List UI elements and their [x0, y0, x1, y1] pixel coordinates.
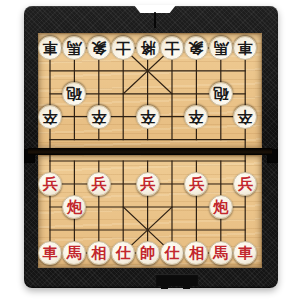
piece-glyph: 馬 [67, 246, 82, 261]
piece-glyph: 士 [165, 41, 180, 56]
piece-red-cannon[interactable]: 炮 [209, 195, 233, 219]
piece-black-advisor[interactable]: 士 [111, 36, 135, 60]
piece-red-advisor[interactable]: 仕 [160, 241, 184, 265]
piece-black-soldier[interactable]: 卒 [184, 105, 208, 129]
piece-glyph: 仕 [165, 246, 180, 261]
piece-red-soldier[interactable]: 兵 [233, 172, 257, 196]
piece-black-general[interactable]: 將 [136, 36, 160, 60]
piece-black-horse[interactable]: 馬 [209, 36, 233, 60]
piece-glyph: 炮 [213, 200, 228, 215]
piece-glyph: 車 [238, 41, 253, 56]
piece-black-soldier[interactable]: 卒 [87, 105, 111, 129]
piece-red-elephant[interactable]: 相 [87, 241, 111, 265]
piece-glyph: 砲 [213, 86, 228, 101]
piece-glyph: 卒 [238, 109, 253, 124]
piece-glyph: 馬 [67, 41, 82, 56]
piece-black-soldier[interactable]: 卒 [136, 105, 160, 129]
piece-glyph: 兵 [43, 177, 58, 192]
piece-glyph: 帥 [140, 246, 155, 261]
piece-glyph: 卒 [140, 109, 155, 124]
piece-red-advisor[interactable]: 仕 [111, 241, 135, 265]
case-clasp-seam [154, 12, 156, 28]
piece-glyph: 兵 [140, 177, 155, 192]
piece-black-elephant[interactable]: 象 [87, 36, 111, 60]
piece-red-chariot[interactable]: 車 [233, 241, 257, 265]
piece-glyph: 馬 [213, 246, 228, 261]
piece-black-soldier[interactable]: 卒 [233, 105, 257, 129]
piece-glyph: 兵 [91, 177, 106, 192]
piece-glyph: 卒 [91, 109, 106, 124]
piece-glyph: 卒 [189, 109, 204, 124]
piece-glyph: 砲 [67, 86, 82, 101]
piece-glyph: 將 [140, 41, 155, 56]
piece-glyph: 仕 [116, 246, 131, 261]
piece-black-cannon[interactable]: 砲 [209, 82, 233, 106]
latch-foot [183, 285, 190, 289]
piece-black-advisor[interactable]: 士 [160, 36, 184, 60]
piece-glyph: 車 [43, 246, 58, 261]
piece-glyph: 相 [91, 246, 106, 261]
piece-glyph: 車 [238, 246, 253, 261]
piece-red-soldier[interactable]: 兵 [136, 172, 160, 196]
case-latch[interactable] [156, 274, 198, 286]
piece-black-soldier[interactable]: 卒 [38, 105, 62, 129]
piece-glyph: 士 [116, 41, 131, 56]
piece-glyph: 炮 [67, 200, 82, 215]
piece-red-horse[interactable]: 馬 [209, 241, 233, 265]
product-photo-xiangqi-set: 車馬象士將士象馬車砲砲卒卒卒卒卒兵兵兵兵兵炮炮車馬相仕帥仕相馬車 [0, 0, 300, 300]
piece-red-soldier[interactable]: 兵 [38, 172, 62, 196]
latch-foot [161, 285, 168, 289]
piece-glyph: 車 [43, 41, 58, 56]
piece-glyph: 兵 [189, 177, 204, 192]
piece-red-chariot[interactable]: 車 [38, 241, 62, 265]
piece-red-general[interactable]: 帥 [136, 241, 160, 265]
xiangqi-board: 車馬象士將士象馬車砲砲卒卒卒卒卒兵兵兵兵兵炮炮車馬相仕帥仕相馬車 [38, 33, 262, 268]
piece-red-soldier[interactable]: 兵 [87, 172, 111, 196]
piece-glyph: 相 [189, 246, 204, 261]
piece-black-chariot[interactable]: 車 [233, 36, 257, 60]
piece-glyph: 馬 [213, 41, 228, 56]
piece-black-chariot[interactable]: 車 [38, 36, 62, 60]
piece-glyph: 兵 [238, 177, 253, 192]
piece-glyph: 象 [189, 41, 204, 56]
piece-glyph: 卒 [43, 109, 58, 124]
board-fold-hinge [28, 148, 272, 155]
piece-glyph: 象 [91, 41, 106, 56]
